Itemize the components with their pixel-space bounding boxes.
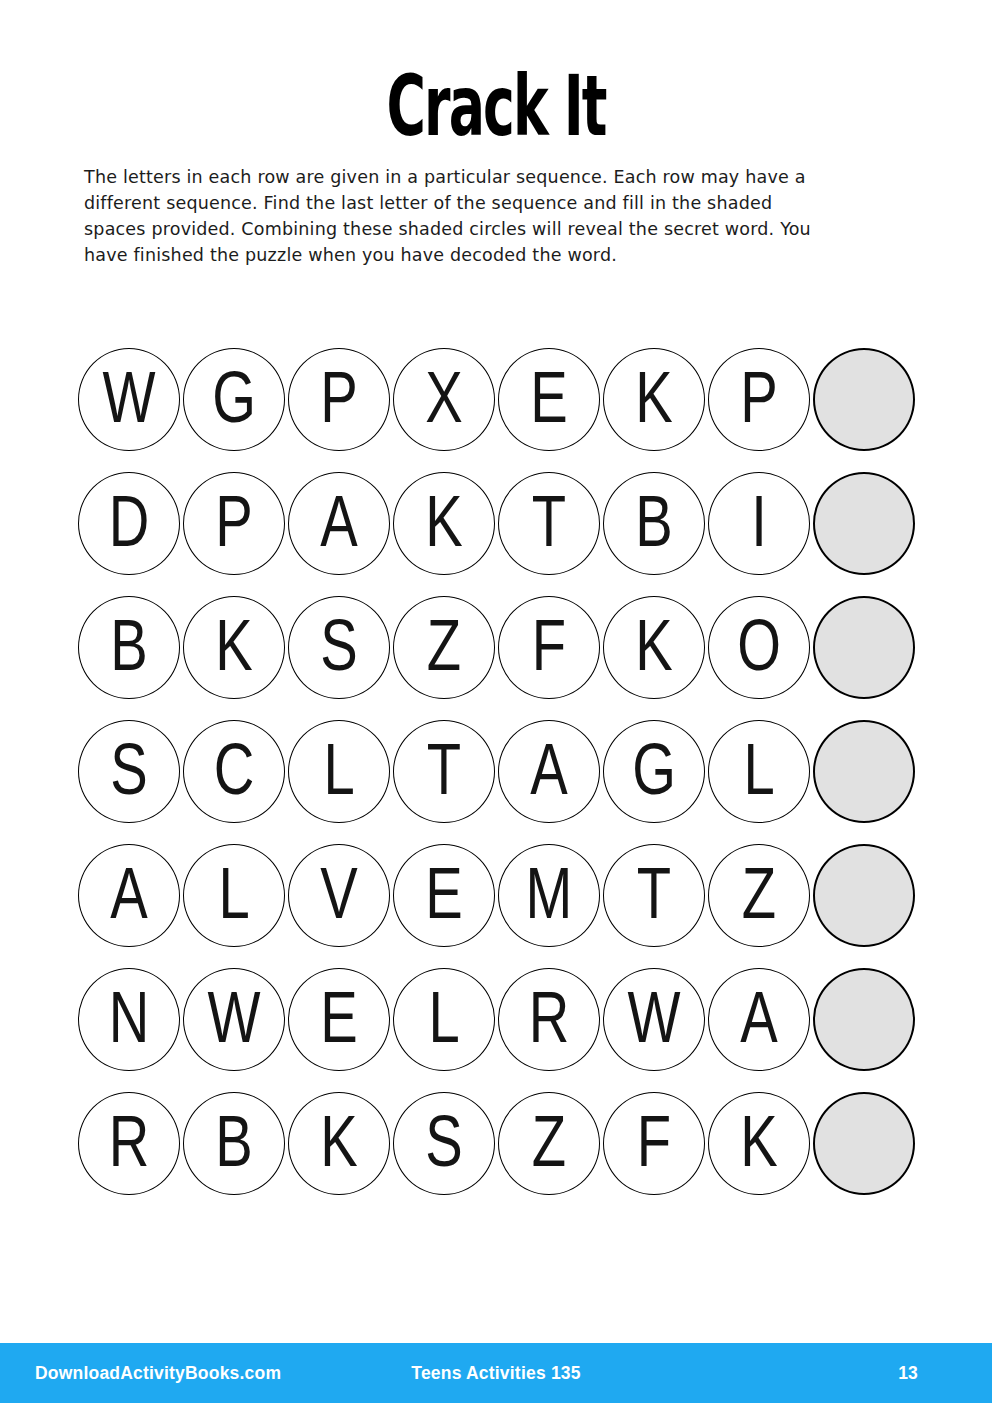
letter-cell-r2c4: K xyxy=(393,472,495,575)
letter-cell-r1c2: G xyxy=(183,348,285,451)
letter-cell-r7c7: K xyxy=(708,1092,810,1195)
letter-glyph: K xyxy=(635,361,672,439)
letter-cell-r6c4: L xyxy=(393,968,495,1071)
answer-cell-r7[interactable] xyxy=(813,1092,915,1195)
letter-cell-r6c7: A xyxy=(708,968,810,1071)
letter-cell-r3c2: K xyxy=(183,596,285,699)
letter-cell-r6c5: R xyxy=(498,968,600,1071)
letter-cell-r3c4: Z xyxy=(393,596,495,699)
letter-glyph: K xyxy=(320,1105,357,1183)
footer-book-title: Teens Activities 135 xyxy=(411,1363,580,1384)
page-title: Crack It xyxy=(0,64,992,148)
letter-glyph: K xyxy=(425,485,462,563)
letter-cell-r1c6: K xyxy=(603,348,705,451)
puzzle-grid: WGPXEKPDPAKTBIBKSZFKOSCLTAGLALVEMTZNWELR… xyxy=(78,348,915,1216)
letter-glyph: P xyxy=(215,485,252,563)
letter-cell-r5c7: Z xyxy=(708,844,810,947)
letter-cell-r2c5: T xyxy=(498,472,600,575)
letter-cell-r3c3: S xyxy=(288,596,390,699)
letter-glyph: W xyxy=(102,361,155,439)
instructions-line-4: have finished the puzzle when you have d… xyxy=(84,242,954,268)
answer-cell-r5[interactable] xyxy=(813,844,915,947)
letter-glyph: P xyxy=(320,361,357,439)
letter-glyph: R xyxy=(109,1105,150,1183)
worksheet-page: Crack It The letters in each row are giv… xyxy=(0,0,992,1403)
puzzle-row-1: WGPXEKP xyxy=(78,348,915,451)
answer-cell-r4[interactable] xyxy=(813,720,915,823)
letter-cell-r6c6: W xyxy=(603,968,705,1071)
letter-glyph: S xyxy=(110,733,147,811)
instructions-line-2: different sequence. Find the last letter… xyxy=(84,190,954,216)
letter-cell-r5c6: T xyxy=(603,844,705,947)
letter-glyph: W xyxy=(207,981,260,1059)
letter-glyph: G xyxy=(212,361,256,439)
letter-cell-r2c2: P xyxy=(183,472,285,575)
letter-cell-r7c1: R xyxy=(78,1092,180,1195)
answer-cell-r3[interactable] xyxy=(813,596,915,699)
letter-glyph: R xyxy=(529,981,570,1059)
letter-glyph: L xyxy=(218,857,249,935)
letter-glyph: S xyxy=(320,609,357,687)
letter-glyph: T xyxy=(532,485,566,563)
letter-cell-r7c2: B xyxy=(183,1092,285,1195)
letter-cell-r6c3: E xyxy=(288,968,390,1071)
letter-glyph: P xyxy=(740,361,777,439)
letter-cell-r1c1: W xyxy=(78,348,180,451)
letter-cell-r3c7: O xyxy=(708,596,810,699)
instructions: The letters in each row are given in a p… xyxy=(84,164,954,268)
letter-glyph: A xyxy=(320,485,357,563)
page-title-text: Crack It xyxy=(387,64,606,148)
letter-glyph: L xyxy=(428,981,459,1059)
letter-cell-r4c1: S xyxy=(78,720,180,823)
letter-cell-r7c5: Z xyxy=(498,1092,600,1195)
letter-cell-r5c2: L xyxy=(183,844,285,947)
letter-glyph: B xyxy=(110,609,147,687)
letter-glyph: F xyxy=(637,1105,671,1183)
letter-cell-r4c3: L xyxy=(288,720,390,823)
letter-glyph: V xyxy=(320,857,357,935)
letter-glyph: W xyxy=(627,981,680,1059)
letter-glyph: O xyxy=(737,609,781,687)
letter-glyph: K xyxy=(215,609,252,687)
puzzle-row-5: ALVEMTZ xyxy=(78,844,915,947)
instructions-line-1: The letters in each row are given in a p… xyxy=(84,164,954,190)
letter-cell-r1c4: X xyxy=(393,348,495,451)
letter-cell-r7c3: K xyxy=(288,1092,390,1195)
letter-glyph: L xyxy=(323,733,354,811)
letter-glyph: K xyxy=(740,1105,777,1183)
letter-cell-r2c6: B xyxy=(603,472,705,575)
letter-glyph: T xyxy=(637,857,671,935)
puzzle-row-4: SCLTAGL xyxy=(78,720,915,823)
letter-glyph: A xyxy=(740,981,777,1059)
puzzle-row-2: DPAKTBI xyxy=(78,472,915,575)
letter-cell-r4c2: C xyxy=(183,720,285,823)
letter-glyph: A xyxy=(110,857,147,935)
letter-cell-r4c4: T xyxy=(393,720,495,823)
letter-glyph: B xyxy=(635,485,672,563)
footer-page-number: 13 xyxy=(898,1363,918,1384)
answer-cell-r6[interactable] xyxy=(813,968,915,1071)
letter-cell-r3c5: F xyxy=(498,596,600,699)
letter-glyph: I xyxy=(751,485,767,563)
letter-glyph: D xyxy=(109,485,150,563)
letter-cell-r4c5: A xyxy=(498,720,600,823)
letter-glyph: X xyxy=(425,361,462,439)
letter-glyph: E xyxy=(425,857,462,935)
letter-cell-r5c3: V xyxy=(288,844,390,947)
instructions-line-3: spaces provided. Combining these shaded … xyxy=(84,216,954,242)
footer-website-link[interactable]: DownloadActivityBooks.com xyxy=(35,1363,281,1384)
puzzle-row-6: NWELRWA xyxy=(78,968,915,1071)
letter-glyph: C xyxy=(214,733,255,811)
answer-cell-r2[interactable] xyxy=(813,472,915,575)
letter-glyph: E xyxy=(530,361,567,439)
letter-cell-r4c7: L xyxy=(708,720,810,823)
letter-glyph: G xyxy=(632,733,676,811)
letter-cell-r6c2: W xyxy=(183,968,285,1071)
letter-glyph: S xyxy=(425,1105,462,1183)
letter-glyph: N xyxy=(109,981,150,1059)
footer-bar: DownloadActivityBooks.com Teens Activiti… xyxy=(0,1343,992,1403)
letter-glyph: F xyxy=(532,609,566,687)
letter-glyph: M xyxy=(526,857,573,935)
letter-cell-r3c6: K xyxy=(603,596,705,699)
letter-cell-r2c1: D xyxy=(78,472,180,575)
letter-cell-r5c5: M xyxy=(498,844,600,947)
letter-glyph: L xyxy=(743,733,774,811)
letter-cell-r4c6: G xyxy=(603,720,705,823)
letter-cell-r2c7: I xyxy=(708,472,810,575)
letter-cell-r1c3: P xyxy=(288,348,390,451)
letter-cell-r3c1: B xyxy=(78,596,180,699)
letter-glyph: Z xyxy=(742,857,776,935)
letter-cell-r7c4: S xyxy=(393,1092,495,1195)
answer-cell-r1[interactable] xyxy=(813,348,915,451)
letter-glyph: Z xyxy=(532,1105,566,1183)
letter-glyph: B xyxy=(215,1105,252,1183)
puzzle-row-7: RBKSZFK xyxy=(78,1092,915,1195)
letter-cell-r6c1: N xyxy=(78,968,180,1071)
letter-glyph: A xyxy=(530,733,567,811)
letter-cell-r1c5: E xyxy=(498,348,600,451)
letter-cell-r7c6: F xyxy=(603,1092,705,1195)
letter-glyph: T xyxy=(427,733,461,811)
letter-glyph: K xyxy=(635,609,672,687)
letter-glyph: E xyxy=(320,981,357,1059)
letter-cell-r5c4: E xyxy=(393,844,495,947)
letter-cell-r2c3: A xyxy=(288,472,390,575)
puzzle-row-3: BKSZFKO xyxy=(78,596,915,699)
letter-cell-r1c7: P xyxy=(708,348,810,451)
letter-glyph: Z xyxy=(427,609,461,687)
letter-cell-r5c1: A xyxy=(78,844,180,947)
